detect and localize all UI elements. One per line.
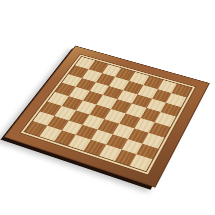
- photo-background: [0, 0, 215, 215]
- chessboard: [4, 46, 210, 188]
- maple-inlay-line: [21, 55, 195, 175]
- board-grid: [25, 57, 192, 171]
